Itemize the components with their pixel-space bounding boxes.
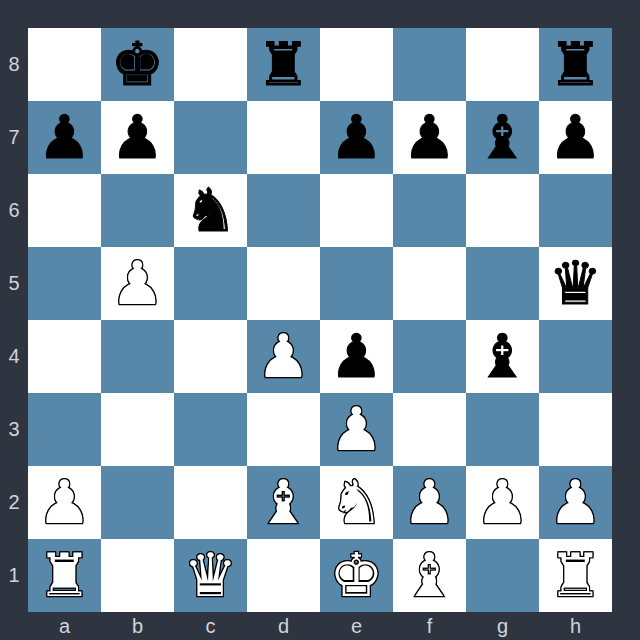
- square-c5[interactable]: [174, 247, 247, 320]
- piece-white-rook[interactable]: ♜: [549, 539, 603, 612]
- piece-black-pawn[interactable]: ♟: [403, 101, 457, 174]
- square-c3[interactable]: [174, 393, 247, 466]
- square-h4[interactable]: [539, 320, 612, 393]
- square-a5[interactable]: [28, 247, 101, 320]
- piece-black-bishop[interactable]: ♝: [476, 320, 530, 393]
- square-b1[interactable]: [101, 539, 174, 612]
- square-c8[interactable]: [174, 28, 247, 101]
- square-b5[interactable]: ♟: [101, 247, 174, 320]
- rank-label-3: 3: [0, 393, 28, 466]
- square-f8[interactable]: [393, 28, 466, 101]
- file-label-e: e: [320, 612, 393, 640]
- piece-black-king[interactable]: ♚: [111, 28, 165, 101]
- rank-label-8: 8: [0, 28, 28, 101]
- square-g1[interactable]: [466, 539, 539, 612]
- square-g6[interactable]: [466, 174, 539, 247]
- piece-white-pawn[interactable]: ♟: [330, 393, 384, 466]
- square-e6[interactable]: [320, 174, 393, 247]
- square-c6[interactable]: ♞: [174, 174, 247, 247]
- square-e5[interactable]: [320, 247, 393, 320]
- square-c1[interactable]: ♛: [174, 539, 247, 612]
- file-label-f: f: [393, 612, 466, 640]
- square-h1[interactable]: ♜: [539, 539, 612, 612]
- square-e8[interactable]: [320, 28, 393, 101]
- piece-white-bishop[interactable]: ♝: [257, 466, 311, 539]
- square-g8[interactable]: [466, 28, 539, 101]
- piece-black-bishop[interactable]: ♝: [476, 101, 530, 174]
- square-h6[interactable]: [539, 174, 612, 247]
- square-b8[interactable]: ♚: [101, 28, 174, 101]
- piece-white-pawn[interactable]: ♟: [111, 247, 165, 320]
- piece-white-rook[interactable]: ♜: [38, 539, 92, 612]
- piece-black-knight[interactable]: ♞: [184, 174, 238, 247]
- piece-white-bishop[interactable]: ♝: [403, 539, 457, 612]
- square-b7[interactable]: ♟: [101, 101, 174, 174]
- square-e2[interactable]: ♞: [320, 466, 393, 539]
- square-d2[interactable]: ♝: [247, 466, 320, 539]
- file-label-g: g: [466, 612, 539, 640]
- square-f7[interactable]: ♟: [393, 101, 466, 174]
- file-label-a: a: [28, 612, 101, 640]
- square-f4[interactable]: [393, 320, 466, 393]
- square-d4[interactable]: ♟: [247, 320, 320, 393]
- piece-black-pawn[interactable]: ♟: [549, 101, 603, 174]
- square-c7[interactable]: [174, 101, 247, 174]
- square-d3[interactable]: [247, 393, 320, 466]
- piece-black-rook[interactable]: ♜: [549, 28, 603, 101]
- piece-white-pawn[interactable]: ♟: [549, 466, 603, 539]
- square-e1[interactable]: ♚: [320, 539, 393, 612]
- square-a4[interactable]: [28, 320, 101, 393]
- piece-black-pawn[interactable]: ♟: [111, 101, 165, 174]
- piece-white-pawn[interactable]: ♟: [476, 466, 530, 539]
- piece-white-queen[interactable]: ♛: [184, 539, 238, 612]
- piece-white-king[interactable]: ♚: [330, 539, 384, 612]
- square-c2[interactable]: [174, 466, 247, 539]
- square-f1[interactable]: ♝: [393, 539, 466, 612]
- file-label-d: d: [247, 612, 320, 640]
- rank-label-4: 4: [0, 320, 28, 393]
- square-h8[interactable]: ♜: [539, 28, 612, 101]
- square-b4[interactable]: [101, 320, 174, 393]
- piece-black-pawn[interactable]: ♟: [330, 320, 384, 393]
- square-e3[interactable]: ♟: [320, 393, 393, 466]
- rank-label-6: 6: [0, 174, 28, 247]
- piece-white-pawn[interactable]: ♟: [38, 466, 92, 539]
- square-a2[interactable]: ♟: [28, 466, 101, 539]
- square-h7[interactable]: ♟: [539, 101, 612, 174]
- square-f3[interactable]: [393, 393, 466, 466]
- square-d5[interactable]: [247, 247, 320, 320]
- piece-black-queen[interactable]: ♛: [549, 247, 603, 320]
- square-g7[interactable]: ♝: [466, 101, 539, 174]
- square-d1[interactable]: [247, 539, 320, 612]
- rank-label-5: 5: [0, 247, 28, 320]
- piece-black-pawn[interactable]: ♟: [330, 101, 384, 174]
- rank-label-2: 2: [0, 466, 28, 539]
- square-f5[interactable]: [393, 247, 466, 320]
- piece-white-knight[interactable]: ♞: [330, 466, 384, 539]
- square-a7[interactable]: ♟: [28, 101, 101, 174]
- piece-black-pawn[interactable]: ♟: [38, 101, 92, 174]
- square-d8[interactable]: ♜: [247, 28, 320, 101]
- square-a3[interactable]: [28, 393, 101, 466]
- square-a1[interactable]: ♜: [28, 539, 101, 612]
- square-f6[interactable]: [393, 174, 466, 247]
- chess-board-frame: 87654321 ♚♜♜♟♟♟♟♝♟♞♟♛♟♟♝♟♟♝♞♟♟♟♜♛♚♝♜ abc…: [0, 0, 640, 640]
- file-labels: abcdefgh: [28, 612, 612, 640]
- square-c4[interactable]: [174, 320, 247, 393]
- rank-label-7: 7: [0, 101, 28, 174]
- square-b2[interactable]: [101, 466, 174, 539]
- square-g5[interactable]: [466, 247, 539, 320]
- square-d6[interactable]: [247, 174, 320, 247]
- piece-white-pawn[interactable]: ♟: [257, 320, 311, 393]
- square-a8[interactable]: [28, 28, 101, 101]
- square-h5[interactable]: ♛: [539, 247, 612, 320]
- square-h2[interactable]: ♟: [539, 466, 612, 539]
- piece-black-rook[interactable]: ♜: [257, 28, 311, 101]
- square-g3[interactable]: [466, 393, 539, 466]
- square-f2[interactable]: ♟: [393, 466, 466, 539]
- square-g2[interactable]: ♟: [466, 466, 539, 539]
- file-label-c: c: [174, 612, 247, 640]
- square-d7[interactable]: [247, 101, 320, 174]
- square-g4[interactable]: ♝: [466, 320, 539, 393]
- square-h3[interactable]: [539, 393, 612, 466]
- piece-white-pawn[interactable]: ♟: [403, 466, 457, 539]
- square-a6[interactable]: [28, 174, 101, 247]
- rank-labels: 87654321: [0, 28, 28, 612]
- file-label-h: h: [539, 612, 612, 640]
- square-b6[interactable]: [101, 174, 174, 247]
- square-e4[interactable]: ♟: [320, 320, 393, 393]
- square-b3[interactable]: [101, 393, 174, 466]
- square-e7[interactable]: ♟: [320, 101, 393, 174]
- board: ♚♜♜♟♟♟♟♝♟♞♟♛♟♟♝♟♟♝♞♟♟♟♜♛♚♝♜: [28, 28, 612, 612]
- file-label-b: b: [101, 612, 174, 640]
- rank-label-1: 1: [0, 539, 28, 612]
